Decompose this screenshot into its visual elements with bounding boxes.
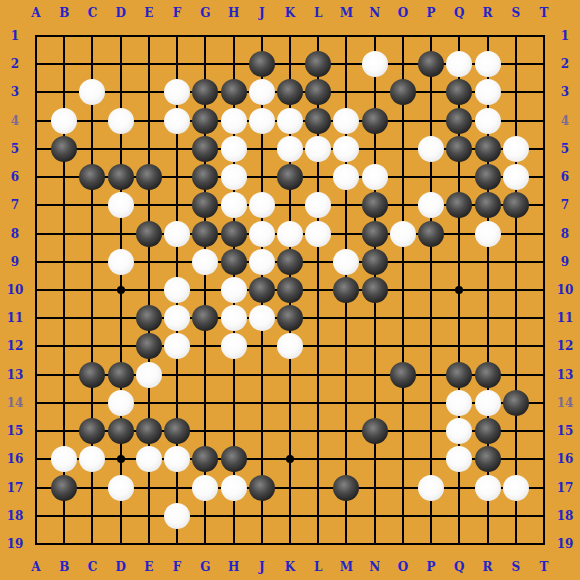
row-label-right-2: 2 xyxy=(553,57,577,71)
stone-black-J17[interactable] xyxy=(249,475,275,501)
go-board: AABBCCDDEEFFGGHHJJKKLLMMNNOOPPQQRRSSTT11… xyxy=(0,0,580,580)
grid-line-horizontal xyxy=(35,515,545,517)
row-label-left-12: 12 xyxy=(3,339,27,353)
row-label-left-19: 19 xyxy=(3,537,27,551)
column-label-bottom-T: T xyxy=(532,560,556,574)
stone-white-F4[interactable] xyxy=(164,108,190,134)
row-label-right-18: 18 xyxy=(553,509,577,523)
stone-white-S17[interactable] xyxy=(503,475,529,501)
stone-black-M10[interactable] xyxy=(333,277,359,303)
stone-black-O13[interactable] xyxy=(390,362,416,388)
stone-black-K10[interactable] xyxy=(277,277,303,303)
row-label-right-11: 11 xyxy=(553,311,577,325)
column-label-bottom-L: L xyxy=(306,560,330,574)
stone-white-R2[interactable] xyxy=(475,51,501,77)
row-label-right-3: 3 xyxy=(553,85,577,99)
column-label-bottom-Q: Q xyxy=(447,560,471,574)
stone-white-F8[interactable] xyxy=(164,221,190,247)
stone-white-R4[interactable] xyxy=(475,108,501,134)
stone-white-F11[interactable] xyxy=(164,305,190,331)
stone-black-C6[interactable] xyxy=(79,164,105,190)
stone-white-L7[interactable] xyxy=(305,192,331,218)
stone-black-N8[interactable] xyxy=(362,221,388,247)
stone-black-R13[interactable] xyxy=(475,362,501,388)
stone-white-H10[interactable] xyxy=(221,277,247,303)
grid-line-vertical xyxy=(515,35,517,545)
stone-white-P17[interactable] xyxy=(418,475,444,501)
stone-black-R15[interactable] xyxy=(475,418,501,444)
column-label-top-S: S xyxy=(504,6,528,20)
stone-black-G11[interactable] xyxy=(192,305,218,331)
row-label-right-16: 16 xyxy=(553,452,577,466)
stone-black-J2[interactable] xyxy=(249,51,275,77)
stone-white-O8[interactable] xyxy=(390,221,416,247)
stone-white-R3[interactable] xyxy=(475,79,501,105)
stone-black-B17[interactable] xyxy=(51,475,77,501)
row-label-left-9: 9 xyxy=(3,255,27,269)
column-label-top-Q: Q xyxy=(447,6,471,20)
stone-white-M9[interactable] xyxy=(333,249,359,275)
stone-black-H8[interactable] xyxy=(221,221,247,247)
stone-white-R17[interactable] xyxy=(475,475,501,501)
row-label-right-13: 13 xyxy=(553,368,577,382)
stone-white-K8[interactable] xyxy=(277,221,303,247)
stone-white-B4[interactable] xyxy=(51,108,77,134)
column-label-bottom-F: F xyxy=(165,560,189,574)
stone-black-N15[interactable] xyxy=(362,418,388,444)
column-label-bottom-G: G xyxy=(193,560,217,574)
stone-white-N6[interactable] xyxy=(362,164,388,190)
stone-white-L8[interactable] xyxy=(305,221,331,247)
stone-white-P5[interactable] xyxy=(418,136,444,162)
stone-white-H5[interactable] xyxy=(221,136,247,162)
stone-white-F10[interactable] xyxy=(164,277,190,303)
stone-black-D15[interactable] xyxy=(108,418,134,444)
row-label-right-1: 1 xyxy=(553,29,577,43)
star-point-Q10 xyxy=(455,286,463,294)
row-label-right-4: 4 xyxy=(553,114,577,128)
star-point-K16 xyxy=(286,455,294,463)
stone-black-G16[interactable] xyxy=(192,446,218,472)
stone-white-K12[interactable] xyxy=(277,333,303,359)
column-label-top-M: M xyxy=(334,6,358,20)
row-label-right-15: 15 xyxy=(553,424,577,438)
stone-white-H7[interactable] xyxy=(221,192,247,218)
stone-black-Q4[interactable] xyxy=(446,108,472,134)
stone-black-G7[interactable] xyxy=(192,192,218,218)
stone-black-E11[interactable] xyxy=(136,305,162,331)
stone-white-J8[interactable] xyxy=(249,221,275,247)
row-label-left-17: 17 xyxy=(3,481,27,495)
stone-white-K5[interactable] xyxy=(277,136,303,162)
column-label-top-G: G xyxy=(193,6,217,20)
stone-white-F18[interactable] xyxy=(164,503,190,529)
stone-black-G4[interactable] xyxy=(192,108,218,134)
stone-white-G17[interactable] xyxy=(192,475,218,501)
stone-white-R14[interactable] xyxy=(475,390,501,416)
column-label-bottom-D: D xyxy=(109,560,133,574)
stone-white-F12[interactable] xyxy=(164,333,190,359)
stone-black-S7[interactable] xyxy=(503,192,529,218)
column-label-bottom-E: E xyxy=(137,560,161,574)
row-label-right-17: 17 xyxy=(553,481,577,495)
column-label-bottom-S: S xyxy=(504,560,528,574)
stone-black-H3[interactable] xyxy=(221,79,247,105)
stone-white-L5[interactable] xyxy=(305,136,331,162)
stone-black-C13[interactable] xyxy=(79,362,105,388)
row-label-left-1: 1 xyxy=(3,29,27,43)
column-label-top-E: E xyxy=(137,6,161,20)
column-label-top-R: R xyxy=(476,6,500,20)
column-label-top-L: L xyxy=(306,6,330,20)
stone-black-N4[interactable] xyxy=(362,108,388,134)
stone-white-E16[interactable] xyxy=(136,446,162,472)
stone-black-R6[interactable] xyxy=(475,164,501,190)
column-label-top-A: A xyxy=(24,6,48,20)
stone-white-M5[interactable] xyxy=(333,136,359,162)
stone-white-S6[interactable] xyxy=(503,164,529,190)
stone-white-P7[interactable] xyxy=(418,192,444,218)
grid-line-vertical xyxy=(543,35,545,545)
row-label-right-9: 9 xyxy=(553,255,577,269)
stone-white-D14[interactable] xyxy=(108,390,134,416)
stone-black-R7[interactable] xyxy=(475,192,501,218)
stone-black-B5[interactable] xyxy=(51,136,77,162)
stone-black-D6[interactable] xyxy=(108,164,134,190)
column-label-top-O: O xyxy=(391,6,415,20)
stone-white-F16[interactable] xyxy=(164,446,190,472)
stone-black-K11[interactable] xyxy=(277,305,303,331)
row-label-left-11: 11 xyxy=(3,311,27,325)
stone-black-G3[interactable] xyxy=(192,79,218,105)
stone-black-R16[interactable] xyxy=(475,446,501,472)
row-label-right-8: 8 xyxy=(553,227,577,241)
stone-black-K9[interactable] xyxy=(277,249,303,275)
row-label-left-8: 8 xyxy=(3,227,27,241)
column-label-top-N: N xyxy=(363,6,387,20)
stone-white-C3[interactable] xyxy=(79,79,105,105)
column-label-top-C: C xyxy=(80,6,104,20)
column-label-top-T: T xyxy=(532,6,556,20)
stone-white-D4[interactable] xyxy=(108,108,134,134)
stone-white-H17[interactable] xyxy=(221,475,247,501)
stone-white-M6[interactable] xyxy=(333,164,359,190)
stone-white-J9[interactable] xyxy=(249,249,275,275)
stone-black-E12[interactable] xyxy=(136,333,162,359)
column-label-top-B: B xyxy=(52,6,76,20)
row-label-left-10: 10 xyxy=(3,283,27,297)
stone-white-Q14[interactable] xyxy=(446,390,472,416)
row-label-right-5: 5 xyxy=(553,142,577,156)
stone-black-Q13[interactable] xyxy=(446,362,472,388)
row-label-right-10: 10 xyxy=(553,283,577,297)
stone-black-E15[interactable] xyxy=(136,418,162,444)
column-label-top-H: H xyxy=(222,6,246,20)
stone-black-L2[interactable] xyxy=(305,51,331,77)
column-label-bottom-M: M xyxy=(334,560,358,574)
column-label-top-P: P xyxy=(419,6,443,20)
stone-black-N9[interactable] xyxy=(362,249,388,275)
stone-black-N7[interactable] xyxy=(362,192,388,218)
stone-black-P8[interactable] xyxy=(418,221,444,247)
row-label-left-4: 4 xyxy=(3,114,27,128)
row-label-left-14: 14 xyxy=(3,396,27,410)
stone-white-G9[interactable] xyxy=(192,249,218,275)
row-label-right-12: 12 xyxy=(553,339,577,353)
stone-black-E8[interactable] xyxy=(136,221,162,247)
stone-white-H11[interactable] xyxy=(221,305,247,331)
stone-white-E13[interactable] xyxy=(136,362,162,388)
grid-line-vertical xyxy=(430,35,432,545)
stone-white-D17[interactable] xyxy=(108,475,134,501)
row-label-left-13: 13 xyxy=(3,368,27,382)
row-label-left-6: 6 xyxy=(3,170,27,184)
stone-white-F3[interactable] xyxy=(164,79,190,105)
row-label-left-15: 15 xyxy=(3,424,27,438)
row-label-right-7: 7 xyxy=(553,198,577,212)
column-label-bottom-C: C xyxy=(80,560,104,574)
row-label-right-19: 19 xyxy=(553,537,577,551)
stone-white-Q2[interactable] xyxy=(446,51,472,77)
stone-black-F15[interactable] xyxy=(164,418,190,444)
column-label-bottom-O: O xyxy=(391,560,415,574)
stone-black-G6[interactable] xyxy=(192,164,218,190)
stone-black-M17[interactable] xyxy=(333,475,359,501)
stone-white-D9[interactable] xyxy=(108,249,134,275)
stone-white-J11[interactable] xyxy=(249,305,275,331)
stone-white-D7[interactable] xyxy=(108,192,134,218)
row-label-left-18: 18 xyxy=(3,509,27,523)
stone-white-M4[interactable] xyxy=(333,108,359,134)
stone-white-B16[interactable] xyxy=(51,446,77,472)
column-label-top-K: K xyxy=(278,6,302,20)
column-label-top-J: J xyxy=(250,6,274,20)
row-label-left-3: 3 xyxy=(3,85,27,99)
stone-black-C15[interactable] xyxy=(79,418,105,444)
grid-line-vertical xyxy=(402,35,404,545)
column-label-bottom-R: R xyxy=(476,560,500,574)
row-label-left-16: 16 xyxy=(3,452,27,466)
stone-white-C16[interactable] xyxy=(79,446,105,472)
stone-white-J7[interactable] xyxy=(249,192,275,218)
stone-black-R5[interactable] xyxy=(475,136,501,162)
stone-white-J4[interactable] xyxy=(249,108,275,134)
stone-black-Q3[interactable] xyxy=(446,79,472,105)
stone-black-L3[interactable] xyxy=(305,79,331,105)
stone-black-H9[interactable] xyxy=(221,249,247,275)
stone-white-H4[interactable] xyxy=(221,108,247,134)
column-label-top-D: D xyxy=(109,6,133,20)
column-label-bottom-A: A xyxy=(24,560,48,574)
column-label-bottom-N: N xyxy=(363,560,387,574)
stone-white-Q15[interactable] xyxy=(446,418,472,444)
stone-black-L4[interactable] xyxy=(305,108,331,134)
stone-black-O3[interactable] xyxy=(390,79,416,105)
row-label-left-7: 7 xyxy=(3,198,27,212)
stone-black-N10[interactable] xyxy=(362,277,388,303)
column-label-bottom-B: B xyxy=(52,560,76,574)
stone-white-K4[interactable] xyxy=(277,108,303,134)
star-point-D10 xyxy=(117,286,125,294)
stone-white-S5[interactable] xyxy=(503,136,529,162)
stone-black-Q7[interactable] xyxy=(446,192,472,218)
stone-black-S14[interactable] xyxy=(503,390,529,416)
stone-white-Q16[interactable] xyxy=(446,446,472,472)
row-label-left-2: 2 xyxy=(3,57,27,71)
grid-line-horizontal xyxy=(35,543,545,545)
stone-white-H6[interactable] xyxy=(221,164,247,190)
star-point-D16 xyxy=(117,455,125,463)
stone-white-R8[interactable] xyxy=(475,221,501,247)
stone-black-J10[interactable] xyxy=(249,277,275,303)
row-label-left-5: 5 xyxy=(3,142,27,156)
stone-black-Q5[interactable] xyxy=(446,136,472,162)
stone-black-K3[interactable] xyxy=(277,79,303,105)
stone-white-H12[interactable] xyxy=(221,333,247,359)
stone-black-K6[interactable] xyxy=(277,164,303,190)
column-label-bottom-P: P xyxy=(419,560,443,574)
column-label-bottom-K: K xyxy=(278,560,302,574)
column-label-bottom-J: J xyxy=(250,560,274,574)
stone-white-N2[interactable] xyxy=(362,51,388,77)
row-label-right-14: 14 xyxy=(553,396,577,410)
row-label-right-6: 6 xyxy=(553,170,577,184)
stone-black-D13[interactable] xyxy=(108,362,134,388)
stone-black-E6[interactable] xyxy=(136,164,162,190)
stone-white-J3[interactable] xyxy=(249,79,275,105)
column-label-bottom-H: H xyxy=(222,560,246,574)
stone-black-H16[interactable] xyxy=(221,446,247,472)
stone-black-G8[interactable] xyxy=(192,221,218,247)
column-label-top-F: F xyxy=(165,6,189,20)
stone-black-P2[interactable] xyxy=(418,51,444,77)
stone-black-G5[interactable] xyxy=(192,136,218,162)
